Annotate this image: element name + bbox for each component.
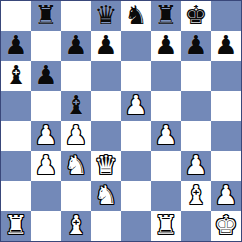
square-f8[interactable]: ♜ [151, 1, 181, 31]
square-b2[interactable] [31, 181, 61, 211]
square-c1[interactable]: ♝ [61, 211, 91, 241]
square-a2[interactable] [1, 181, 31, 211]
square-b8[interactable]: ♜ [31, 1, 61, 31]
piece-white-pawn[interactable]: ♟ [184, 152, 207, 178]
square-c6[interactable] [61, 61, 91, 91]
square-b1[interactable] [31, 211, 61, 241]
chess-board: ♜♛♞♜♚♟♟♟♟♟♟♝♟♝♟♟♟♟♟♞♛♟♞♝♟♜♝♜♚ [0, 0, 242, 242]
piece-white-knight[interactable]: ♞ [64, 152, 87, 178]
square-e4[interactable] [121, 121, 151, 151]
square-a1[interactable]: ♜ [1, 211, 31, 241]
square-h4[interactable] [211, 121, 241, 151]
piece-white-pawn[interactable]: ♟ [124, 92, 147, 118]
square-c5[interactable]: ♝ [61, 91, 91, 121]
square-g2[interactable]: ♝ [181, 181, 211, 211]
square-f3[interactable] [151, 151, 181, 181]
square-b4[interactable]: ♟ [31, 121, 61, 151]
square-e2[interactable] [121, 181, 151, 211]
square-d4[interactable] [91, 121, 121, 151]
piece-white-rook[interactable]: ♜ [154, 212, 177, 238]
square-d3[interactable]: ♛ [91, 151, 121, 181]
piece-white-knight[interactable]: ♞ [94, 182, 117, 208]
square-a5[interactable] [1, 91, 31, 121]
square-f6[interactable] [151, 61, 181, 91]
square-e3[interactable] [121, 151, 151, 181]
square-c2[interactable] [61, 181, 91, 211]
square-g1[interactable] [181, 211, 211, 241]
piece-white-rook[interactable]: ♜ [4, 212, 27, 238]
piece-black-king[interactable]: ♚ [184, 2, 207, 28]
square-f2[interactable] [151, 181, 181, 211]
piece-black-bishop[interactable]: ♝ [64, 92, 87, 118]
piece-white-bishop[interactable]: ♝ [64, 212, 87, 238]
square-g4[interactable] [181, 121, 211, 151]
square-h3[interactable] [211, 151, 241, 181]
square-g3[interactable]: ♟ [181, 151, 211, 181]
square-c8[interactable] [61, 1, 91, 31]
square-e7[interactable] [121, 31, 151, 61]
piece-white-bishop[interactable]: ♝ [184, 182, 207, 208]
square-d5[interactable] [91, 91, 121, 121]
square-h5[interactable] [211, 91, 241, 121]
square-d8[interactable]: ♛ [91, 1, 121, 31]
square-e1[interactable] [121, 211, 151, 241]
piece-black-bishop[interactable]: ♝ [4, 62, 27, 88]
piece-black-pawn[interactable]: ♟ [154, 32, 177, 58]
piece-black-rook[interactable]: ♜ [154, 2, 177, 28]
square-h6[interactable] [211, 61, 241, 91]
piece-black-pawn[interactable]: ♟ [34, 62, 57, 88]
square-b7[interactable] [31, 31, 61, 61]
piece-black-rook[interactable]: ♜ [34, 2, 57, 28]
square-b6[interactable]: ♟ [31, 61, 61, 91]
square-h7[interactable]: ♟ [211, 31, 241, 61]
square-g6[interactable] [181, 61, 211, 91]
square-a7[interactable]: ♟ [1, 31, 31, 61]
piece-white-pawn[interactable]: ♟ [214, 182, 237, 208]
piece-black-pawn[interactable]: ♟ [184, 32, 207, 58]
square-d1[interactable] [91, 211, 121, 241]
square-a8[interactable] [1, 1, 31, 31]
piece-white-pawn[interactable]: ♟ [64, 122, 87, 148]
square-d7[interactable]: ♟ [91, 31, 121, 61]
square-b3[interactable]: ♟ [31, 151, 61, 181]
square-b5[interactable] [31, 91, 61, 121]
square-h1[interactable]: ♚ [211, 211, 241, 241]
piece-black-pawn[interactable]: ♟ [4, 32, 27, 58]
square-d6[interactable] [91, 61, 121, 91]
square-d2[interactable]: ♞ [91, 181, 121, 211]
square-f4[interactable]: ♟ [151, 121, 181, 151]
square-e5[interactable]: ♟ [121, 91, 151, 121]
square-h2[interactable]: ♟ [211, 181, 241, 211]
square-f7[interactable]: ♟ [151, 31, 181, 61]
square-h8[interactable] [211, 1, 241, 31]
square-a4[interactable] [1, 121, 31, 151]
piece-black-queen[interactable]: ♛ [94, 2, 117, 28]
square-c7[interactable]: ♟ [61, 31, 91, 61]
piece-black-pawn[interactable]: ♟ [94, 32, 117, 58]
square-a3[interactable] [1, 151, 31, 181]
square-g7[interactable]: ♟ [181, 31, 211, 61]
square-f1[interactable]: ♜ [151, 211, 181, 241]
piece-white-pawn[interactable]: ♟ [34, 122, 57, 148]
square-c3[interactable]: ♞ [61, 151, 91, 181]
square-a6[interactable]: ♝ [1, 61, 31, 91]
piece-white-king[interactable]: ♚ [214, 212, 237, 238]
square-e8[interactable]: ♞ [121, 1, 151, 31]
piece-white-queen[interactable]: ♛ [94, 152, 117, 178]
piece-black-knight[interactable]: ♞ [124, 2, 147, 28]
piece-white-pawn[interactable]: ♟ [154, 122, 177, 148]
square-f5[interactable] [151, 91, 181, 121]
square-c4[interactable]: ♟ [61, 121, 91, 151]
piece-white-pawn[interactable]: ♟ [34, 152, 57, 178]
square-g8[interactable]: ♚ [181, 1, 211, 31]
square-g5[interactable] [181, 91, 211, 121]
piece-black-pawn[interactable]: ♟ [64, 32, 87, 58]
square-e6[interactable] [121, 61, 151, 91]
piece-black-pawn[interactable]: ♟ [214, 32, 237, 58]
